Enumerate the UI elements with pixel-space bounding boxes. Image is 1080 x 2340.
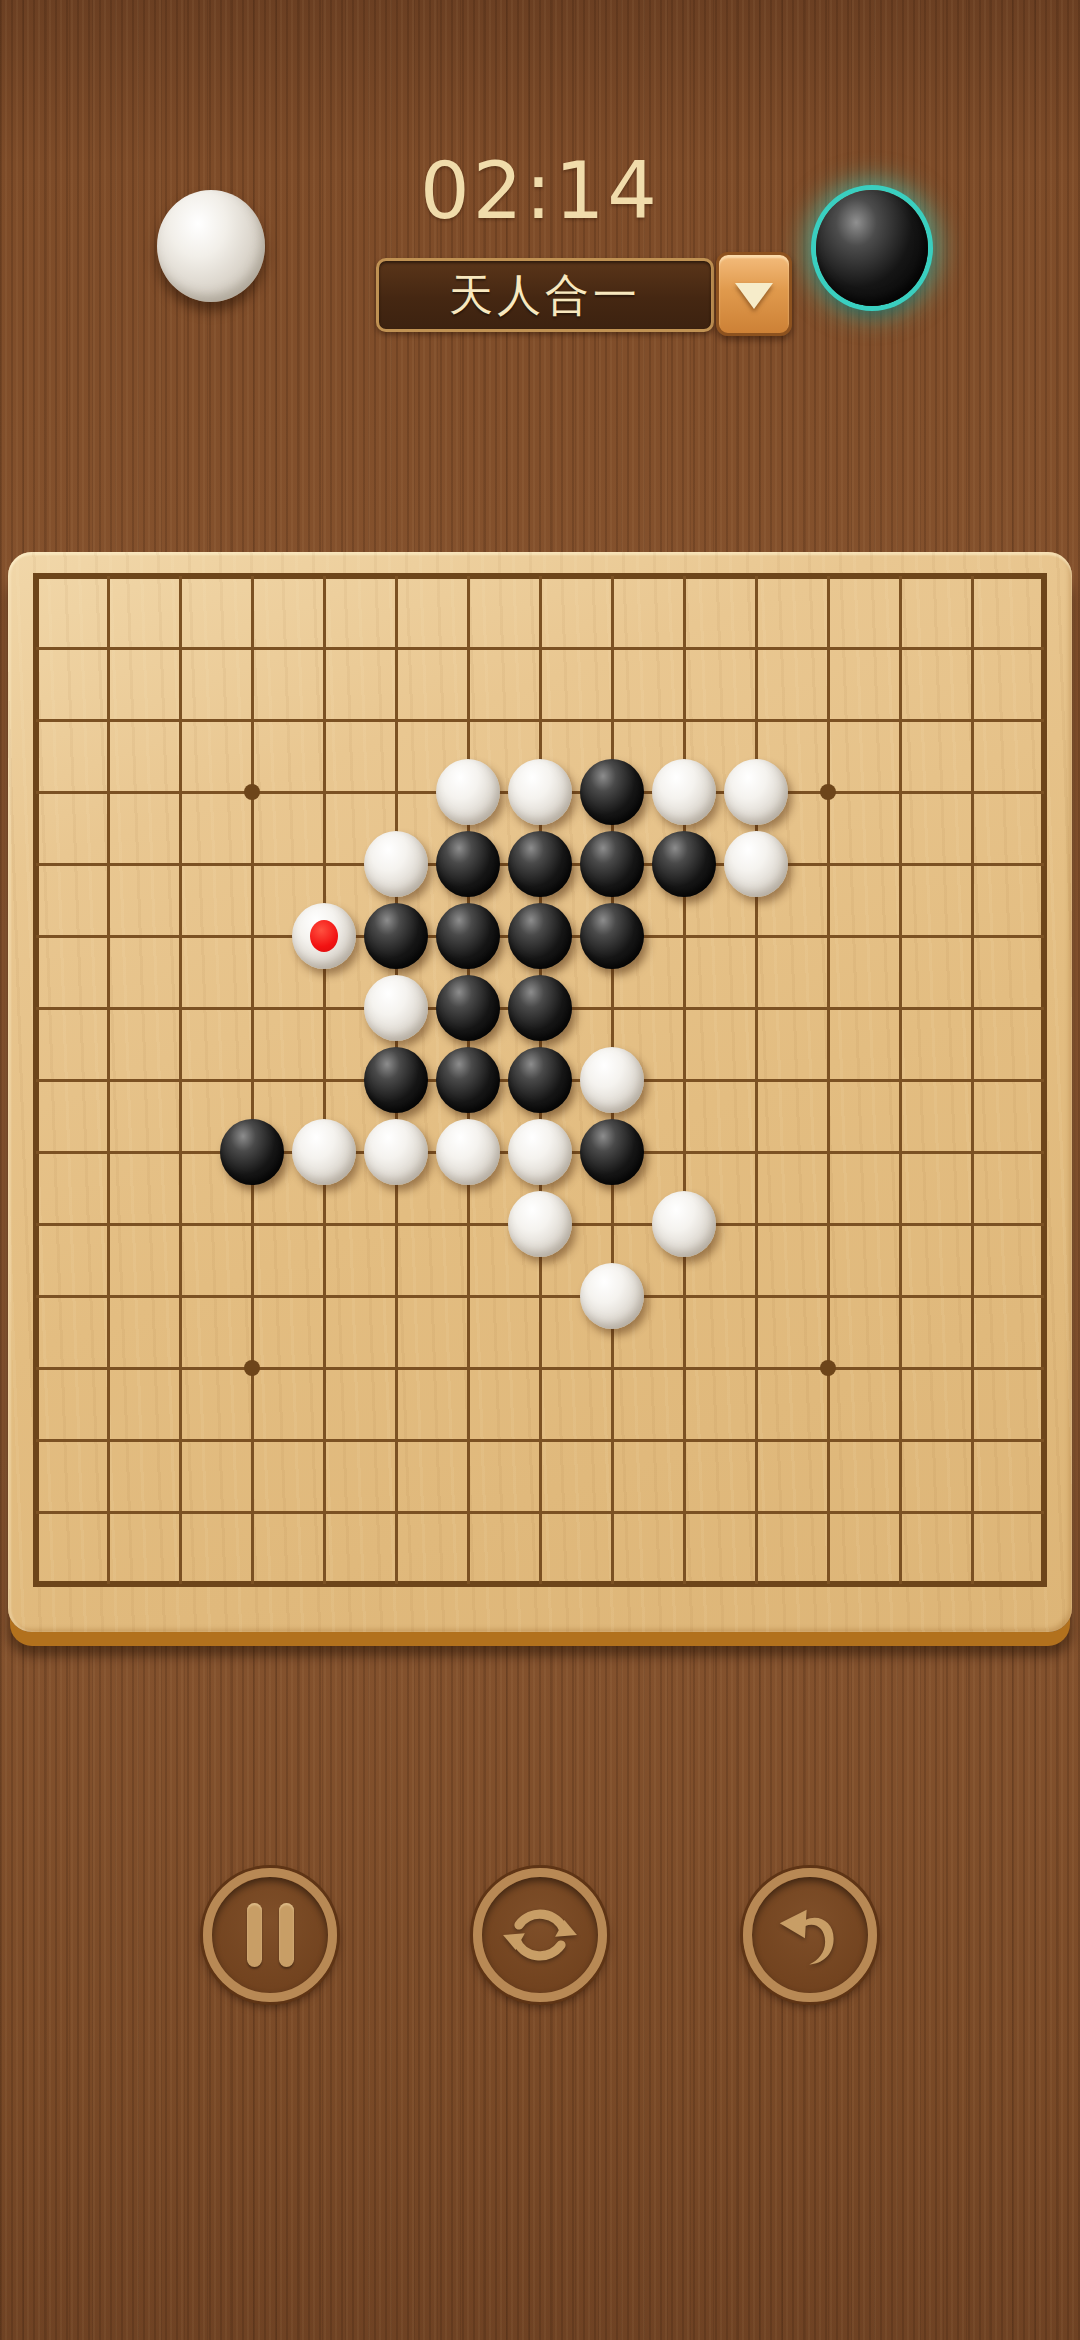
pause-icon xyxy=(247,1903,294,1967)
grid-line xyxy=(36,1295,1044,1298)
black-stone xyxy=(220,1119,284,1185)
grid-line xyxy=(36,1511,1044,1514)
black-stone xyxy=(580,903,644,969)
black-stone xyxy=(580,759,644,825)
black-stone xyxy=(436,975,500,1041)
white-stone xyxy=(364,1119,428,1185)
grid-line xyxy=(36,1367,1044,1370)
black-stone xyxy=(652,831,716,897)
black-stone xyxy=(436,1047,500,1113)
black-stone xyxy=(508,975,572,1041)
black-stone xyxy=(580,831,644,897)
white-stone xyxy=(652,759,716,825)
star-point xyxy=(820,1360,836,1376)
black-stone xyxy=(436,831,500,897)
last-move-marker xyxy=(310,920,338,952)
white-stone xyxy=(436,759,500,825)
white-stone xyxy=(580,1047,644,1113)
black-stone xyxy=(364,1047,428,1113)
star-point xyxy=(820,784,836,800)
grid-line xyxy=(971,576,974,1584)
black-stone xyxy=(508,1047,572,1113)
black-stone xyxy=(580,1119,644,1185)
undo-icon xyxy=(768,1893,852,1977)
white-stone xyxy=(724,831,788,897)
pause-button[interactable] xyxy=(203,1868,337,2002)
gomoku-board[interactable] xyxy=(8,552,1072,1632)
grid-line xyxy=(683,576,686,1584)
chevron-down-icon xyxy=(735,283,773,309)
mode-selector-label: 天人合一 xyxy=(449,266,641,325)
mode-selector[interactable]: 天人合一 xyxy=(376,258,714,332)
white-stone xyxy=(508,1191,572,1257)
undo-button[interactable] xyxy=(743,1868,877,2002)
white-stone xyxy=(292,903,356,969)
mode-dropdown-button[interactable] xyxy=(716,252,792,336)
white-stone xyxy=(292,1119,356,1185)
star-point xyxy=(244,1360,260,1376)
white-stone xyxy=(580,1263,644,1329)
white-stone xyxy=(436,1119,500,1185)
white-stone xyxy=(364,975,428,1041)
white-stone xyxy=(652,1191,716,1257)
black-stone xyxy=(436,903,500,969)
black-stone xyxy=(364,903,428,969)
grid-line xyxy=(755,576,758,1584)
white-stone xyxy=(508,1119,572,1185)
white-stone xyxy=(364,831,428,897)
grid-line xyxy=(899,576,902,1584)
grid-line xyxy=(827,576,830,1584)
grid-line xyxy=(36,1439,1044,1442)
restart-button[interactable] xyxy=(473,1868,607,2002)
restart-icon xyxy=(498,1893,582,1977)
black-stone xyxy=(508,831,572,897)
black-stone xyxy=(508,903,572,969)
white-stone xyxy=(508,759,572,825)
black-player-stone-icon-active xyxy=(816,190,928,306)
star-point xyxy=(244,784,260,800)
white-stone xyxy=(724,759,788,825)
